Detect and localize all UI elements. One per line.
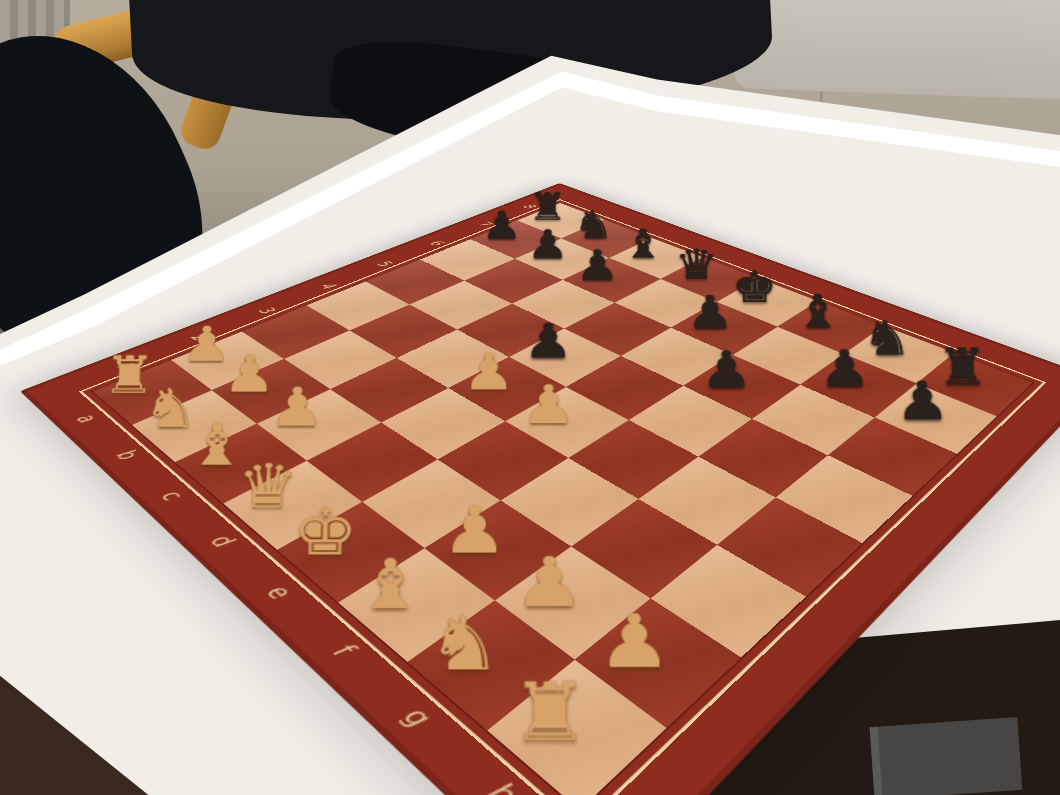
file-label-f: f xyxy=(318,630,369,669)
piece-black-pawn-f6: ♟ xyxy=(684,337,769,404)
file-label-g: g xyxy=(389,693,443,738)
piece-black-pawn-h7: ♟ xyxy=(877,366,967,436)
file-label-e: e xyxy=(255,574,302,608)
file-label-c: c xyxy=(151,481,193,508)
file-label-a: a xyxy=(68,407,106,429)
sofa-cushion xyxy=(733,0,1060,100)
piece-black-pawn-c7: ♟ xyxy=(562,238,632,293)
square-h7: ♟ xyxy=(875,384,997,454)
file-label-d: d xyxy=(200,525,244,555)
file-label-b: b xyxy=(107,442,147,466)
file-label-h: h xyxy=(472,767,531,795)
piece-white-rook-h1: ♜ xyxy=(485,659,615,765)
piece-black-bishop-f8: ♝ xyxy=(779,282,857,342)
piece-black-pawn-e7: ♟ xyxy=(672,282,749,342)
photo-scene: ♜♞♝♛♚♝♞♜♟♟♟♟♟♟♟♟♟♟♟♟♟♟♟♟♜♞♝♛♚♝♞♜ 1234567… xyxy=(0,0,1060,795)
piece-black-pawn-g7: ♟ xyxy=(802,336,888,403)
grey-object-under-table xyxy=(870,717,1023,795)
piece-white-pawn-c2: ♟ xyxy=(252,372,343,443)
piece-white-pawn-e4: ♟ xyxy=(504,370,593,441)
